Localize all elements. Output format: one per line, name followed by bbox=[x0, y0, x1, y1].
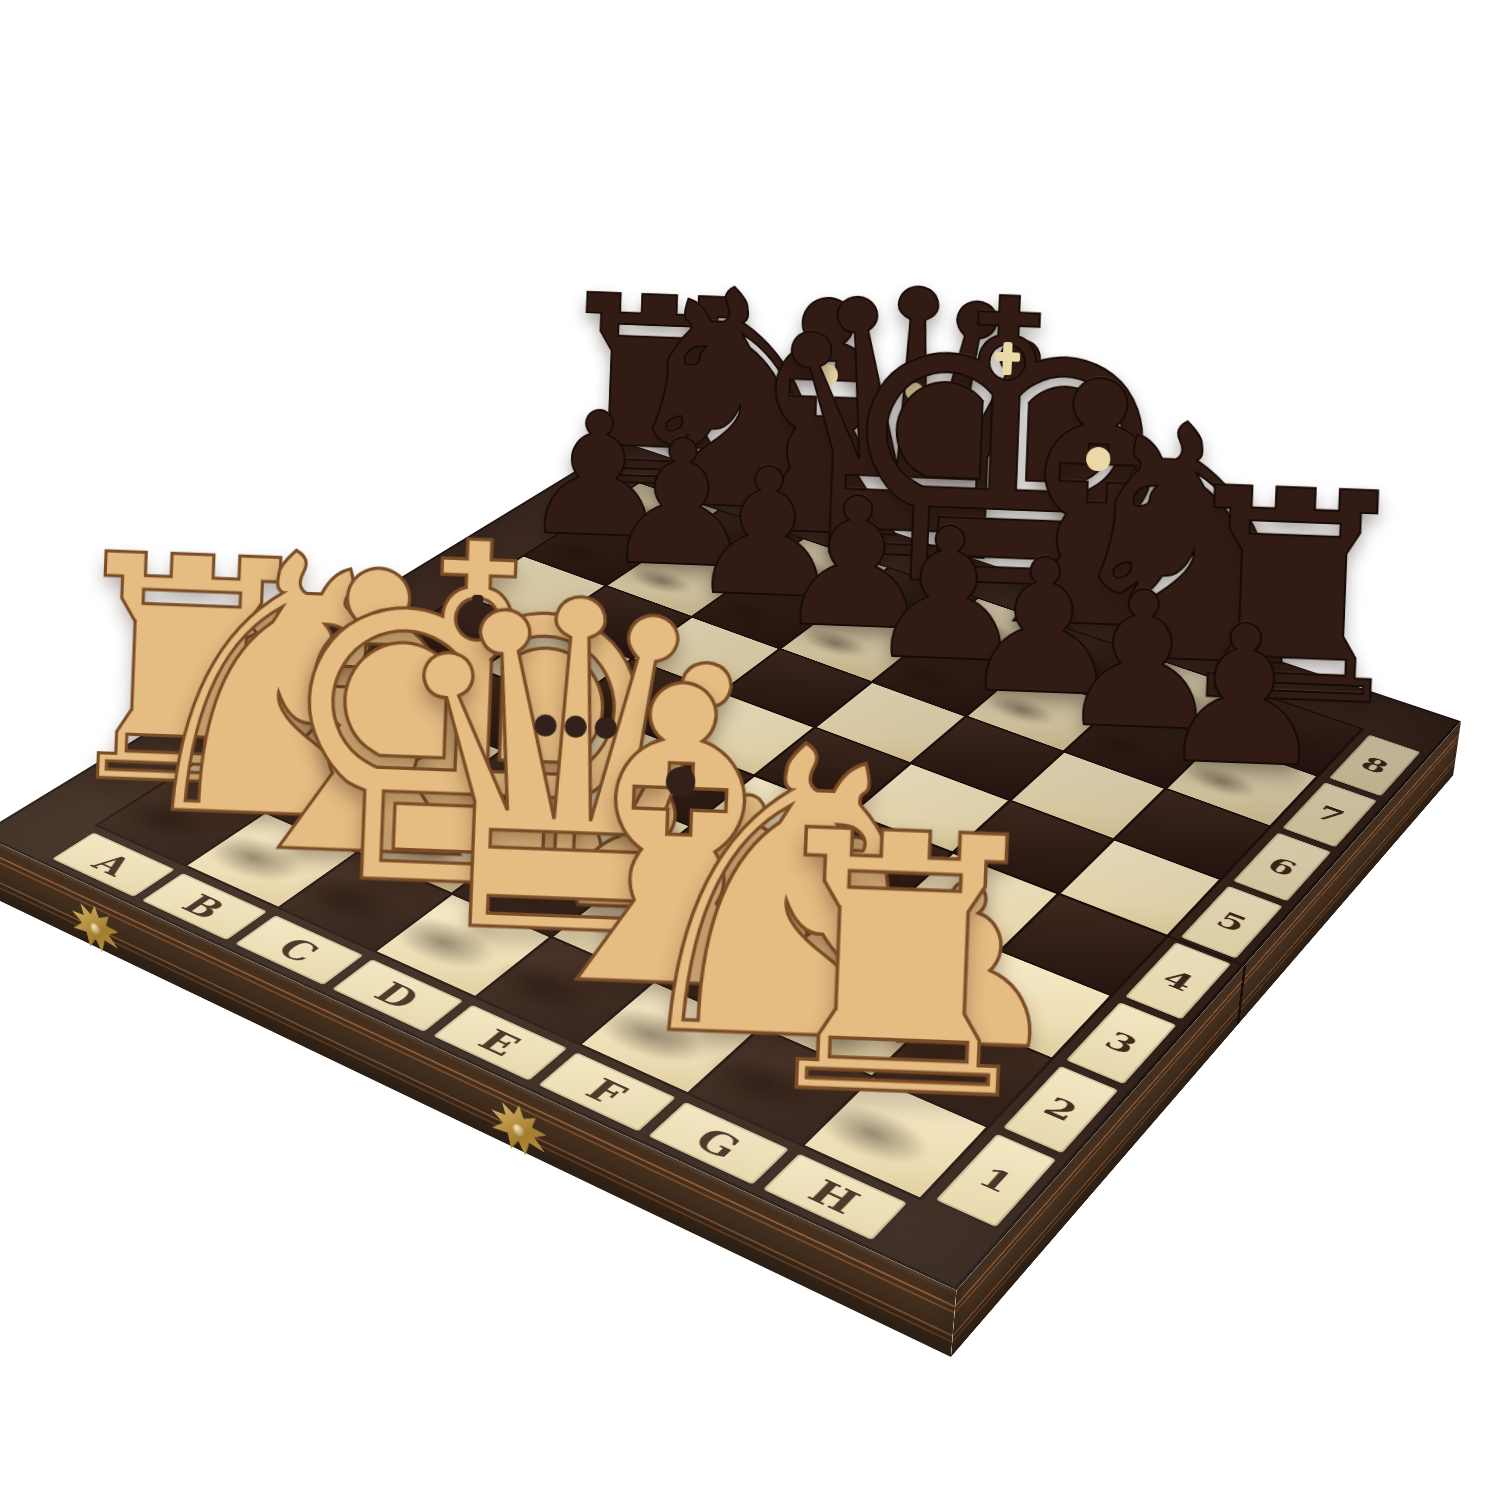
perspective-wrapper: ABCDEFGH 12345678 ♜♞♝♛♚♝♞♜♟♟♟♟♟♟♟♟♟♟♟♟♟♟… bbox=[0, 0, 1500, 1500]
fold-seam-edge bbox=[1236, 963, 1246, 1026]
pieces-layer: ♜♞♝♛♚♝♞♜♟♟♟♟♟♟♟♟♟♟♟♟♟♟♟♟♜♞♝♚♛♝♞♜ bbox=[0, 442, 1461, 1291]
chess-board: ABCDEFGH 12345678 ♜♞♝♛♚♝♞♜♟♟♟♟♟♟♟♟♟♟♟♟♟♟… bbox=[0, 442, 1461, 1291]
brass-latch-icon bbox=[488, 1091, 549, 1175]
brass-latch-icon bbox=[69, 894, 121, 970]
piece-glyph: ♜ bbox=[633, 780, 1170, 1157]
product-photo-scene: ABCDEFGH 12345678 ♜♞♝♛♚♝♞♜♟♟♟♟♟♟♟♟♟♟♟♟♟♟… bbox=[0, 0, 1500, 1500]
